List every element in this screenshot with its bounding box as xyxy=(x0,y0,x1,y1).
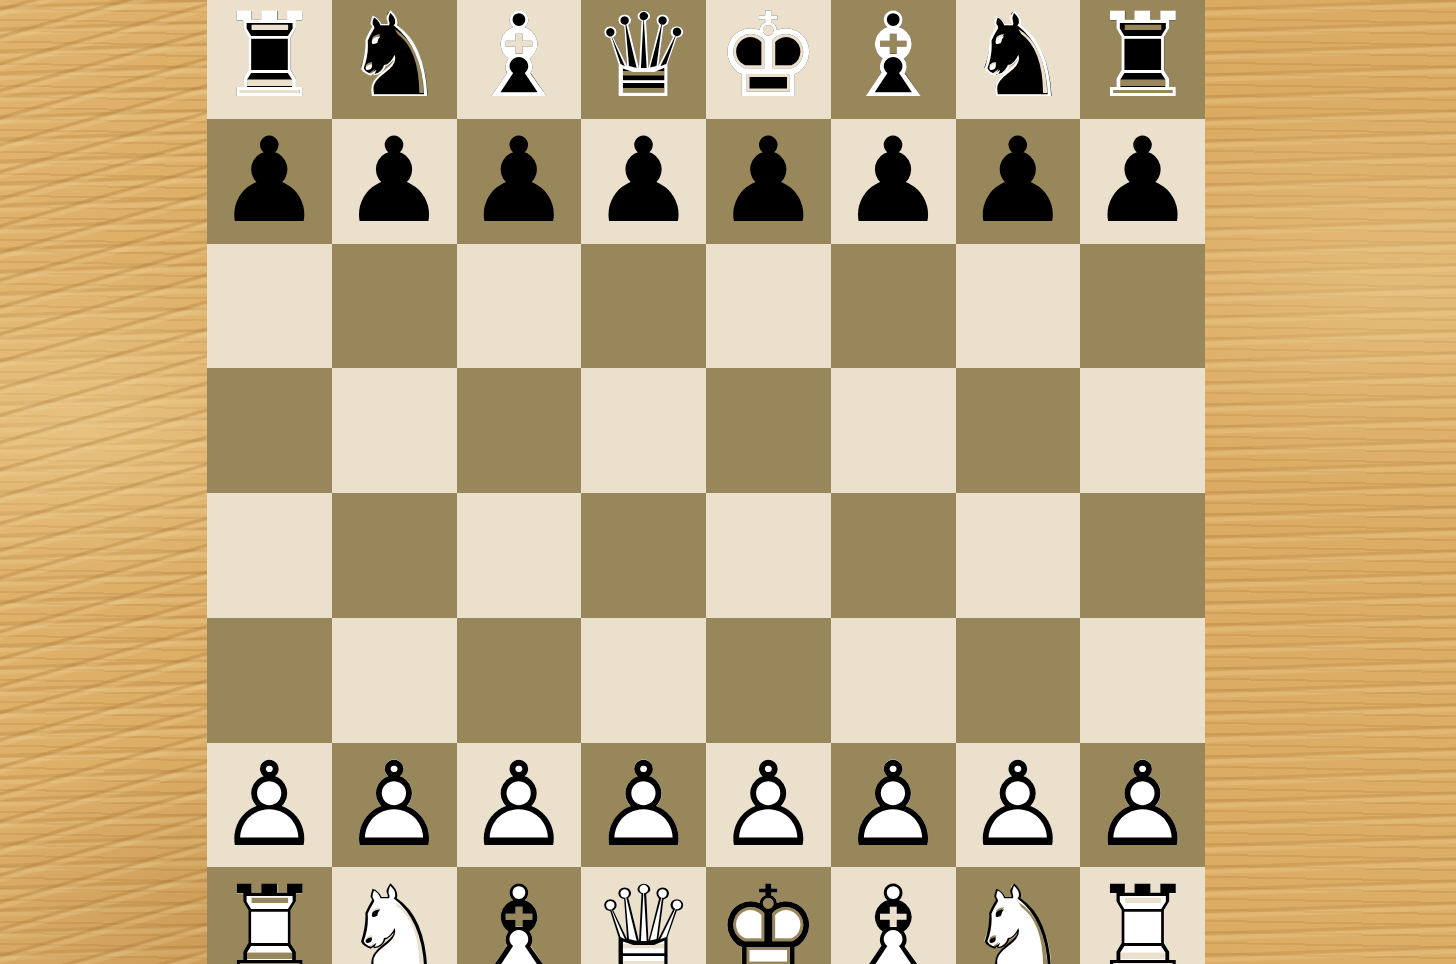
white-pawn[interactable]: ♟♙ xyxy=(706,743,831,868)
white-pawn-outline-icon: ♙ xyxy=(207,743,332,868)
black-rook-outline-icon: ♖ xyxy=(207,0,332,119)
square-d5[interactable] xyxy=(581,368,706,493)
square-h1[interactable]: ♜♖ xyxy=(1080,867,1205,964)
square-e6[interactable] xyxy=(706,244,831,369)
square-g5[interactable] xyxy=(956,368,1081,493)
square-b7[interactable]: ♟ xyxy=(332,119,457,244)
square-g1[interactable]: ♞♘ xyxy=(956,867,1081,964)
square-c5[interactable] xyxy=(457,368,582,493)
black-bishop-outline-icon: ♗ xyxy=(831,0,956,119)
white-pawn-outline-icon: ♙ xyxy=(956,743,1081,868)
square-b4[interactable] xyxy=(332,493,457,618)
square-f6[interactable] xyxy=(831,244,956,369)
black-rook[interactable]: ♜♖ xyxy=(1080,0,1205,119)
white-pawn[interactable]: ♟♙ xyxy=(332,743,457,868)
black-pawn-icon: ♟ xyxy=(956,119,1081,244)
white-pawn-outline-icon: ♙ xyxy=(831,743,956,868)
black-pawn-icon: ♟ xyxy=(581,119,706,244)
square-a2[interactable]: ♟♙ xyxy=(207,743,332,868)
black-rook[interactable]: ♜♖ xyxy=(207,0,332,119)
white-king[interactable]: ♚♔ xyxy=(706,867,831,964)
white-pawn-outline-icon: ♙ xyxy=(332,743,457,868)
white-pawn-outline-icon: ♙ xyxy=(581,743,706,868)
square-c4[interactable] xyxy=(457,493,582,618)
black-pawn-icon: ♟ xyxy=(1080,119,1205,244)
white-rook-outline-icon: ♖ xyxy=(1080,867,1205,964)
white-pawn[interactable]: ♟♙ xyxy=(581,743,706,868)
black-pawn-icon: ♟ xyxy=(706,119,831,244)
white-queen-outline-icon: ♕ xyxy=(581,867,706,964)
black-pawn[interactable]: ♟ xyxy=(831,119,956,244)
square-e2[interactable]: ♟♙ xyxy=(706,743,831,868)
black-pawn-icon: ♟ xyxy=(831,119,956,244)
square-d4[interactable] xyxy=(581,493,706,618)
square-g2[interactable]: ♟♙ xyxy=(956,743,1081,868)
black-pawn-icon: ♟ xyxy=(332,119,457,244)
square-b2[interactable]: ♟♙ xyxy=(332,743,457,868)
white-knight-outline-icon: ♘ xyxy=(332,867,457,964)
square-e4[interactable] xyxy=(706,493,831,618)
black-queen[interactable]: ♛♕ xyxy=(581,0,706,119)
square-h7[interactable]: ♟ xyxy=(1080,119,1205,244)
square-e7[interactable]: ♟ xyxy=(706,119,831,244)
square-b6[interactable] xyxy=(332,244,457,369)
square-g4[interactable] xyxy=(956,493,1081,618)
square-c3[interactable] xyxy=(457,618,582,743)
square-f7[interactable]: ♟ xyxy=(831,119,956,244)
black-pawn[interactable]: ♟ xyxy=(581,119,706,244)
white-pawn-outline-icon: ♙ xyxy=(1080,743,1205,868)
square-a7[interactable]: ♟ xyxy=(207,119,332,244)
white-pawn-outline-icon: ♙ xyxy=(706,743,831,868)
black-rook-outline-icon: ♖ xyxy=(1080,0,1205,119)
white-king-outline-icon: ♔ xyxy=(706,867,831,964)
square-d2[interactable]: ♟♙ xyxy=(581,743,706,868)
square-b5[interactable] xyxy=(332,368,457,493)
square-a6[interactable] xyxy=(207,244,332,369)
square-c2[interactable]: ♟♙ xyxy=(457,743,582,868)
square-c7[interactable]: ♟ xyxy=(457,119,582,244)
white-pawn[interactable]: ♟♙ xyxy=(1080,743,1205,868)
square-g7[interactable]: ♟ xyxy=(956,119,1081,244)
square-h6[interactable] xyxy=(1080,244,1205,369)
square-a8[interactable]: ♜♖ xyxy=(207,0,332,119)
square-a3[interactable] xyxy=(207,618,332,743)
square-c1[interactable]: ♝♗ xyxy=(457,867,582,964)
square-f8[interactable]: ♝♗ xyxy=(831,0,956,119)
square-e1[interactable]: ♚♔ xyxy=(706,867,831,964)
white-pawn[interactable]: ♟♙ xyxy=(956,743,1081,868)
square-a1[interactable]: ♜♖ xyxy=(207,867,332,964)
black-pawn[interactable]: ♟ xyxy=(956,119,1081,244)
square-a5[interactable] xyxy=(207,368,332,493)
black-pawn[interactable]: ♟ xyxy=(207,119,332,244)
black-pawn[interactable]: ♟ xyxy=(332,119,457,244)
white-bishop[interactable]: ♝♗ xyxy=(457,867,582,964)
square-d6[interactable] xyxy=(581,244,706,369)
black-bishop[interactable]: ♝♗ xyxy=(457,0,582,119)
black-knight[interactable]: ♞♘ xyxy=(332,0,457,119)
square-b3[interactable] xyxy=(332,618,457,743)
square-f4[interactable] xyxy=(831,493,956,618)
square-h8[interactable]: ♜♖ xyxy=(1080,0,1205,119)
white-bishop-outline-icon: ♗ xyxy=(831,867,956,964)
chess-board: ♜♖♞♘♝♗♛♕♚♔♝♗♞♘♜♖♟♟♟♟♟♟♟♟♟♙♟♙♟♙♟♙♟♙♟♙♟♙♟♙… xyxy=(207,0,1205,964)
white-knight[interactable]: ♞♘ xyxy=(332,867,457,964)
square-f3[interactable] xyxy=(831,618,956,743)
square-b8[interactable]: ♞♘ xyxy=(332,0,457,119)
white-pawn[interactable]: ♟♙ xyxy=(831,743,956,868)
square-g6[interactable] xyxy=(956,244,1081,369)
wood-grain-left xyxy=(0,0,207,964)
square-a4[interactable] xyxy=(207,493,332,618)
square-h3[interactable] xyxy=(1080,618,1205,743)
white-pawn[interactable]: ♟♙ xyxy=(457,743,582,868)
white-bishop-outline-icon: ♗ xyxy=(457,867,582,964)
black-pawn[interactable]: ♟ xyxy=(706,119,831,244)
black-pawn[interactable]: ♟ xyxy=(1080,119,1205,244)
black-king-outline-icon: ♔ xyxy=(706,0,831,119)
square-h2[interactable]: ♟♙ xyxy=(1080,743,1205,868)
black-knight-outline-icon: ♘ xyxy=(332,0,457,119)
black-knight-outline-icon: ♘ xyxy=(956,0,1081,119)
white-queen[interactable]: ♛♕ xyxy=(581,867,706,964)
white-pawn[interactable]: ♟♙ xyxy=(207,743,332,868)
white-rook[interactable]: ♜♖ xyxy=(1080,867,1205,964)
white-bishop[interactable]: ♝♗ xyxy=(831,867,956,964)
square-e3[interactable] xyxy=(706,618,831,743)
square-b1[interactable]: ♞♘ xyxy=(332,867,457,964)
square-d1[interactable]: ♛♕ xyxy=(581,867,706,964)
black-pawn-icon: ♟ xyxy=(457,119,582,244)
square-h5[interactable] xyxy=(1080,368,1205,493)
black-bishop-outline-icon: ♗ xyxy=(457,0,582,119)
black-knight[interactable]: ♞♘ xyxy=(956,0,1081,119)
white-rook-outline-icon: ♖ xyxy=(207,867,332,964)
square-d7[interactable]: ♟ xyxy=(581,119,706,244)
square-f2[interactable]: ♟♙ xyxy=(831,743,956,868)
black-bishop[interactable]: ♝♗ xyxy=(831,0,956,119)
square-g3[interactable] xyxy=(956,618,1081,743)
square-c6[interactable] xyxy=(457,244,582,369)
square-e5[interactable] xyxy=(706,368,831,493)
square-g8[interactable]: ♞♘ xyxy=(956,0,1081,119)
black-king[interactable]: ♚♔ xyxy=(706,0,831,119)
square-c8[interactable]: ♝♗ xyxy=(457,0,582,119)
black-queen-outline-icon: ♕ xyxy=(581,0,706,119)
square-d3[interactable] xyxy=(581,618,706,743)
white-knight-outline-icon: ♘ xyxy=(956,867,1081,964)
white-pawn-outline-icon: ♙ xyxy=(457,743,582,868)
square-d8[interactable]: ♛♕ xyxy=(581,0,706,119)
square-h4[interactable] xyxy=(1080,493,1205,618)
square-f1[interactable]: ♝♗ xyxy=(831,867,956,964)
white-knight[interactable]: ♞♘ xyxy=(956,867,1081,964)
square-f5[interactable] xyxy=(831,368,956,493)
black-pawn[interactable]: ♟ xyxy=(457,119,582,244)
white-rook[interactable]: ♜♖ xyxy=(207,867,332,964)
square-e8[interactable]: ♚♔ xyxy=(706,0,831,119)
black-pawn-icon: ♟ xyxy=(207,119,332,244)
